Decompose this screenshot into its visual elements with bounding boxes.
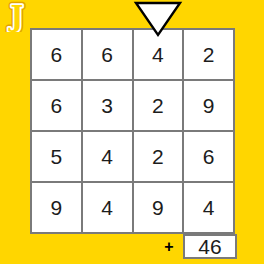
cell-r1c1[interactable]: 6 [32, 30, 81, 79]
cell-r3c1[interactable]: 5 [32, 132, 81, 181]
number-grid: 6 6 4 2 6 3 2 9 5 4 2 6 9 4 9 4 [30, 28, 235, 234]
cell-r3c4[interactable]: 6 [184, 132, 233, 181]
cell-r2c3[interactable]: 2 [134, 81, 183, 130]
cell-r4c3[interactable]: 9 [134, 183, 183, 232]
cell-r2c2[interactable]: 3 [83, 81, 132, 130]
target-sum-box: 46 [183, 234, 237, 259]
cell-r2c4[interactable]: 9 [184, 81, 233, 130]
letter-badge-face: J [9, 1, 24, 32]
column-pointer-triangle[interactable] [133, 1, 183, 38]
plus-sign: + [157, 235, 181, 258]
cell-r3c3[interactable]: 2 [134, 132, 183, 181]
letter-badge-j-icon: J J [3, 0, 31, 32]
cell-r3c2[interactable]: 4 [83, 132, 132, 181]
puzzle-canvas: J J 6 6 4 2 6 3 2 9 5 4 2 6 9 4 9 4 + 46 [0, 0, 264, 264]
cell-r2c1[interactable]: 6 [32, 81, 81, 130]
cell-r1c2[interactable]: 6 [83, 30, 132, 79]
cell-r1c4[interactable]: 2 [184, 30, 233, 79]
cell-r4c1[interactable]: 9 [32, 183, 81, 232]
cell-r4c2[interactable]: 4 [83, 183, 132, 232]
cell-r4c4[interactable]: 4 [184, 183, 233, 232]
triangle-down-icon [136, 3, 180, 35]
